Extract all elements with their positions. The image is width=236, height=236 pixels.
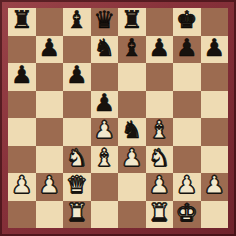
square-a7[interactable] [8, 36, 36, 64]
square-a4[interactable] [8, 118, 36, 146]
square-d6[interactable] [91, 63, 119, 91]
square-b5[interactable] [36, 91, 64, 119]
square-h7[interactable]: ♟ [201, 36, 229, 64]
square-a5[interactable] [8, 91, 36, 119]
square-h6[interactable] [201, 63, 229, 91]
square-e8[interactable]: ♜ [118, 8, 146, 36]
square-b4[interactable] [36, 118, 64, 146]
black-pawn-h7[interactable]: ♟ [203, 36, 225, 63]
square-f2[interactable]: ♟ [146, 173, 174, 201]
black-bishop-c8[interactable]: ♝ [66, 8, 88, 35]
white-pawn-h2[interactable]: ♟ [203, 173, 225, 200]
square-d4[interactable]: ♟ [91, 118, 119, 146]
white-knight-c3[interactable]: ♞ [66, 146, 88, 173]
white-pawn-g2[interactable]: ♟ [176, 173, 198, 200]
black-pawn-g7[interactable]: ♟ [176, 36, 198, 63]
white-pawn-a2[interactable]: ♟ [11, 173, 33, 200]
square-e6[interactable] [118, 63, 146, 91]
square-a1[interactable] [8, 201, 36, 229]
white-pawn-d4[interactable]: ♟ [93, 118, 115, 145]
black-king-g8[interactable]: ♚ [176, 8, 198, 35]
square-c7[interactable] [63, 36, 91, 64]
square-a6[interactable]: ♟ [8, 63, 36, 91]
square-h2[interactable]: ♟ [201, 173, 229, 201]
square-d5[interactable]: ♟ [91, 91, 119, 119]
white-rook-c1[interactable]: ♜ [66, 201, 88, 228]
square-c8[interactable]: ♝ [63, 8, 91, 36]
white-bishop-f4[interactable]: ♝ [148, 118, 170, 145]
square-g1[interactable]: ♚ [173, 201, 201, 229]
square-g3[interactable] [173, 146, 201, 174]
square-e1[interactable] [118, 201, 146, 229]
square-a2[interactable]: ♟ [8, 173, 36, 201]
black-knight-d7[interactable]: ♞ [93, 36, 115, 63]
square-f1[interactable]: ♜ [146, 201, 174, 229]
square-h4[interactable] [201, 118, 229, 146]
square-f5[interactable] [146, 91, 174, 119]
square-e4[interactable]: ♞ [118, 118, 146, 146]
black-pawn-c6[interactable]: ♟ [66, 63, 88, 90]
board-frame: ♜♝♛♜♚♟♞♝♟♟♟♟♟♟♟♞♝♞♝♟♞♟♟♛♟♟♟♜♜♚ [0, 0, 236, 236]
square-g2[interactable]: ♟ [173, 173, 201, 201]
square-d7[interactable]: ♞ [91, 36, 119, 64]
square-b2[interactable]: ♟ [36, 173, 64, 201]
square-c5[interactable] [63, 91, 91, 119]
square-b7[interactable]: ♟ [36, 36, 64, 64]
square-g6[interactable] [173, 63, 201, 91]
square-a3[interactable] [8, 146, 36, 174]
square-d8[interactable]: ♛ [91, 8, 119, 36]
white-queen-c2[interactable]: ♛ [66, 173, 88, 200]
square-c2[interactable]: ♛ [63, 173, 91, 201]
black-pawn-b7[interactable]: ♟ [38, 36, 60, 63]
chess-board: ♜♝♛♜♚♟♞♝♟♟♟♟♟♟♟♞♝♞♝♟♞♟♟♛♟♟♟♜♜♚ [8, 8, 228, 228]
black-knight-e4[interactable]: ♞ [121, 118, 143, 145]
white-pawn-b2[interactable]: ♟ [38, 173, 60, 200]
square-h5[interactable] [201, 91, 229, 119]
square-g5[interactable] [173, 91, 201, 119]
white-pawn-f2[interactable]: ♟ [148, 173, 170, 200]
square-e7[interactable]: ♝ [118, 36, 146, 64]
square-c6[interactable]: ♟ [63, 63, 91, 91]
black-queen-d8[interactable]: ♛ [93, 8, 115, 35]
square-e2[interactable] [118, 173, 146, 201]
square-h3[interactable] [201, 146, 229, 174]
square-c1[interactable]: ♜ [63, 201, 91, 229]
square-d1[interactable] [91, 201, 119, 229]
square-d2[interactable] [91, 173, 119, 201]
black-pawn-d5[interactable]: ♟ [93, 91, 115, 118]
white-king-g1[interactable]: ♚ [176, 201, 198, 228]
square-f4[interactable]: ♝ [146, 118, 174, 146]
square-f7[interactable]: ♟ [146, 36, 174, 64]
square-f8[interactable] [146, 8, 174, 36]
square-f6[interactable] [146, 63, 174, 91]
square-c4[interactable] [63, 118, 91, 146]
square-g4[interactable] [173, 118, 201, 146]
black-pawn-f7[interactable]: ♟ [148, 36, 170, 63]
black-rook-a8[interactable]: ♜ [11, 8, 33, 35]
square-e3[interactable]: ♟ [118, 146, 146, 174]
square-a8[interactable]: ♜ [8, 8, 36, 36]
square-b3[interactable] [36, 146, 64, 174]
white-knight-f3[interactable]: ♞ [148, 146, 170, 173]
square-h1[interactable] [201, 201, 229, 229]
white-pawn-e3[interactable]: ♟ [121, 146, 143, 173]
square-b1[interactable] [36, 201, 64, 229]
square-h8[interactable] [201, 8, 229, 36]
white-rook-f1[interactable]: ♜ [148, 201, 170, 228]
square-b8[interactable] [36, 8, 64, 36]
square-b6[interactable] [36, 63, 64, 91]
square-g7[interactable]: ♟ [173, 36, 201, 64]
square-d3[interactable]: ♝ [91, 146, 119, 174]
square-e5[interactable] [118, 91, 146, 119]
black-pawn-a6[interactable]: ♟ [11, 63, 33, 90]
square-f3[interactable]: ♞ [146, 146, 174, 174]
square-g8[interactable]: ♚ [173, 8, 201, 36]
black-bishop-e7[interactable]: ♝ [121, 36, 143, 63]
square-c3[interactable]: ♞ [63, 146, 91, 174]
black-rook-e8[interactable]: ♜ [121, 8, 143, 35]
white-bishop-d3[interactable]: ♝ [93, 146, 115, 173]
